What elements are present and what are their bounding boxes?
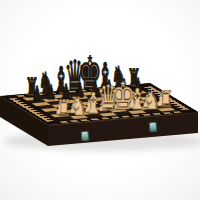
clasp-right-icon: [149, 122, 158, 133]
chess-set-photo: ♜♞♝♛♚♝♞♜♟♟♟♟♟♟♟♟♟♟♟♟♟♟♟♟♜♞♝♛♚♝♞♜: [0, 0, 200, 200]
clasp-left-icon: [81, 131, 90, 142]
